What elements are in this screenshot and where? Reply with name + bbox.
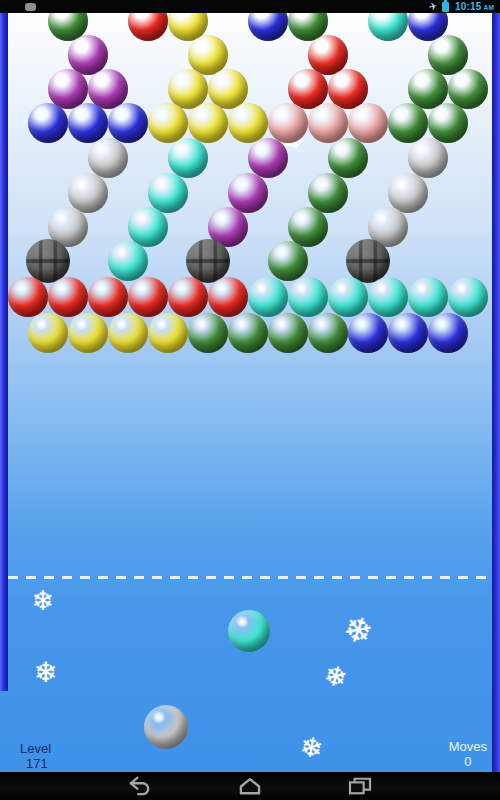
tablet-screen: ✈ 10:15AM ❄❄❄❄❄❄ Level 171 Moves 0 <box>0 0 500 800</box>
status-bar: ✈ 10:15AM <box>0 0 500 13</box>
bubble-cyan[interactable] <box>368 13 408 41</box>
bubble-blue[interactable] <box>28 103 68 143</box>
bubble-green[interactable] <box>228 313 268 353</box>
level-label: Level <box>20 741 51 756</box>
snowflake-icon: ❄ <box>32 588 55 615</box>
bubble-cyan[interactable] <box>408 277 448 317</box>
level-display: Level 171 <box>20 741 51 771</box>
snowflake-icon: ❄ <box>339 609 377 651</box>
bubble-green[interactable] <box>388 103 428 143</box>
moves-label: Moves <box>449 739 487 754</box>
next-bubble[interactable] <box>144 705 188 749</box>
bubble-pink[interactable] <box>268 103 308 143</box>
bubble-red[interactable] <box>128 13 168 41</box>
bubble-yellow[interactable] <box>148 313 188 353</box>
game-board[interactable]: ❄❄❄❄❄❄ Level 171 Moves 0 <box>0 13 500 772</box>
android-nav-bar <box>0 772 500 800</box>
bubble-blue[interactable] <box>348 313 388 353</box>
shooting-boundary-line <box>8 576 492 579</box>
bubble-yellow[interactable] <box>108 313 148 353</box>
bubble-cyan[interactable] <box>108 241 148 281</box>
bubble-silver[interactable] <box>88 138 128 178</box>
home-icon <box>237 776 263 796</box>
notification-icon <box>25 3 36 11</box>
home-button[interactable] <box>227 774 273 798</box>
recents-icon <box>347 776 373 796</box>
battery-icon <box>442 2 449 12</box>
bubble-cyan[interactable] <box>288 277 328 317</box>
board-right-wall <box>492 13 500 772</box>
bubble-yellow[interactable] <box>68 313 108 353</box>
board-left-wall <box>0 13 8 691</box>
bubble-yellow[interactable] <box>228 103 268 143</box>
bubble-blue[interactable] <box>248 13 288 41</box>
moves-display: Moves 0 <box>449 739 487 769</box>
back-button[interactable] <box>117 774 163 798</box>
bubble-yellow[interactable] <box>28 313 68 353</box>
bubble-red[interactable] <box>88 277 128 317</box>
bubble-green[interactable] <box>428 103 468 143</box>
bubble-green[interactable] <box>268 313 308 353</box>
clock-time: 10:15 <box>455 1 482 12</box>
bubble-cyan[interactable] <box>328 277 368 317</box>
level-value: 171 <box>20 756 51 771</box>
bubble-red[interactable] <box>8 277 48 317</box>
airplane-mode-icon: ✈ <box>428 1 438 13</box>
bubble-blue[interactable] <box>388 313 428 353</box>
snowflake-icon: ❄ <box>34 659 57 687</box>
bubble-red[interactable] <box>128 277 168 317</box>
bubble-cyan[interactable] <box>368 277 408 317</box>
current-shoot-bubble[interactable] <box>228 610 270 652</box>
bubble-green[interactable] <box>188 313 228 353</box>
back-icon <box>127 776 153 796</box>
bubble-pink[interactable] <box>308 103 348 143</box>
bubble-cyan[interactable] <box>168 138 208 178</box>
snowflake-icon: ❄ <box>320 661 349 693</box>
bubble-silver[interactable] <box>408 138 448 178</box>
bubble-blue[interactable] <box>68 103 108 143</box>
bubble-green[interactable] <box>308 313 348 353</box>
bubble-blue[interactable] <box>428 313 468 353</box>
snowflake-icon: ❄ <box>297 733 324 764</box>
bubble-red[interactable] <box>48 277 88 317</box>
bubble-red[interactable] <box>208 277 248 317</box>
bubble-blue[interactable] <box>108 103 148 143</box>
bubble-yellow[interactable] <box>188 103 228 143</box>
clock-ampm: AM <box>483 4 494 11</box>
recents-button[interactable] <box>337 774 383 798</box>
status-clock: 10:15AM <box>455 1 494 12</box>
bubble-cyan[interactable] <box>448 277 488 317</box>
bubble-purple[interactable] <box>248 138 288 178</box>
moves-value: 0 <box>449 754 487 769</box>
bubble-pink[interactable] <box>348 103 388 143</box>
bubble-red[interactable] <box>168 277 208 317</box>
bubble-cyan[interactable] <box>248 277 288 317</box>
bubble-yellow[interactable] <box>148 103 188 143</box>
bubble-green[interactable] <box>268 241 308 281</box>
bubble-green[interactable] <box>328 138 368 178</box>
